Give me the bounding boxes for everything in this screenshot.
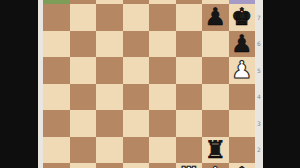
square-c1[interactable] — [96, 163, 123, 168]
square-b7[interactable] — [70, 4, 97, 31]
white-bishop-g1[interactable]: ♝ — [202, 163, 229, 168]
square-h3[interactable] — [229, 110, 256, 137]
square-c5[interactable] — [96, 57, 123, 84]
square-a6[interactable] — [43, 31, 70, 58]
square-b4[interactable] — [70, 84, 97, 111]
square-e2[interactable] — [149, 137, 176, 164]
square-d4[interactable] — [123, 84, 150, 111]
square-e3[interactable] — [149, 110, 176, 137]
rank-label-4: 4 — [255, 93, 263, 100]
square-a4[interactable] — [43, 84, 70, 111]
square-g5[interactable] — [202, 57, 229, 84]
square-f2[interactable] — [176, 137, 203, 164]
square-g4[interactable] — [202, 84, 229, 111]
square-f7[interactable] — [176, 4, 203, 31]
square-d1[interactable] — [123, 163, 150, 168]
square-b5[interactable] — [70, 57, 97, 84]
square-e4[interactable] — [149, 84, 176, 111]
black-pawn-g7[interactable]: ♟ — [202, 4, 229, 31]
square-a2[interactable] — [43, 137, 70, 164]
rank-labels-column: 87654321 — [255, 0, 263, 168]
square-f4[interactable] — [176, 84, 203, 111]
rank-label-2: 2 — [255, 146, 263, 153]
square-h2[interactable] — [229, 137, 256, 164]
square-d6[interactable] — [123, 31, 150, 58]
square-b3[interactable] — [70, 110, 97, 137]
square-a3[interactable] — [43, 110, 70, 137]
black-rook-g2[interactable]: ♜ — [202, 137, 229, 164]
square-b2[interactable] — [70, 137, 97, 164]
square-f3[interactable] — [176, 110, 203, 137]
square-d2[interactable] — [123, 137, 150, 164]
square-c7[interactable] — [96, 4, 123, 31]
rank-label-6: 6 — [255, 40, 263, 47]
chess-board[interactable]: ♜♟♚♟♟♜♜♝♚ — [43, 0, 255, 168]
white-king-h1[interactable]: ♚ — [229, 163, 256, 168]
white-pawn-h5[interactable]: ♟ — [229, 57, 256, 84]
square-c2[interactable] — [96, 137, 123, 164]
rank-label-5: 5 — [255, 67, 263, 74]
square-f6[interactable] — [176, 31, 203, 58]
square-e5[interactable] — [149, 57, 176, 84]
square-c4[interactable] — [96, 84, 123, 111]
square-a7[interactable] — [43, 4, 70, 31]
letterboxed-video-frame: ♜♟♚♟♟♜♜♝♚ 87654321 — [0, 0, 300, 168]
square-g3[interactable] — [202, 110, 229, 137]
rank-label-7: 7 — [255, 14, 263, 21]
square-c3[interactable] — [96, 110, 123, 137]
square-f5[interactable] — [176, 57, 203, 84]
rank-label-3: 3 — [255, 120, 263, 127]
square-g6[interactable] — [202, 31, 229, 58]
square-d5[interactable] — [123, 57, 150, 84]
square-b6[interactable] — [70, 31, 97, 58]
black-pawn-h6[interactable]: ♟ — [229, 31, 256, 58]
square-e1[interactable] — [149, 163, 176, 168]
square-e6[interactable] — [149, 31, 176, 58]
square-d7[interactable] — [123, 4, 150, 31]
square-c6[interactable] — [96, 31, 123, 58]
square-b1[interactable] — [70, 163, 97, 168]
black-king-h7[interactable]: ♚ — [229, 4, 256, 31]
white-rook-f1[interactable]: ♜ — [176, 163, 203, 168]
square-d3[interactable] — [123, 110, 150, 137]
square-e7[interactable] — [149, 4, 176, 31]
square-a1[interactable] — [43, 163, 70, 168]
square-h4[interactable] — [229, 84, 256, 111]
square-a5[interactable] — [43, 57, 70, 84]
